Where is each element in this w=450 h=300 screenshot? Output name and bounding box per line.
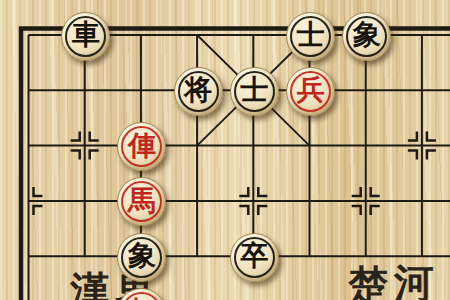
piece-glyph: 士	[240, 76, 268, 104]
black-elephant[interactable]: 象	[342, 12, 391, 61]
piece-glyph: 兵	[297, 76, 325, 104]
red-piece-partially-visible[interactable]: 相	[117, 288, 166, 300]
piece-glyph: 卒	[240, 242, 268, 270]
piece-glyph: 馬	[128, 187, 156, 215]
red-chariot[interactable]: 俥	[117, 122, 166, 171]
black-soldier[interactable]: 卒	[230, 233, 279, 282]
piece-glyph: 士	[297, 21, 325, 49]
red-soldier[interactable]: 兵	[286, 67, 335, 116]
piece-glyph: 車	[72, 21, 100, 49]
piece-glyph: 将	[184, 76, 212, 104]
black-elephant[interactable]: 象	[117, 233, 166, 282]
black-general[interactable]: 将	[174, 67, 223, 116]
piece-glyph: 象	[128, 242, 156, 270]
piece-glyph: 象	[353, 21, 381, 49]
xiangqi-board[interactable]: 漢 界 楚 河 車士象将士兵俥馬象卒相	[0, 0, 450, 300]
piece-glyph: 俥	[128, 132, 156, 160]
red-horse[interactable]: 馬	[117, 177, 166, 226]
black-advisor[interactable]: 士	[286, 12, 335, 61]
pieces-layer: 車士象将士兵俥馬象卒相	[0, 0, 450, 300]
black-advisor[interactable]: 士	[230, 67, 279, 116]
black-chariot[interactable]: 車	[61, 12, 110, 61]
